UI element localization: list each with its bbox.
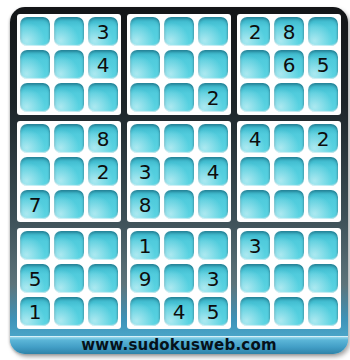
cell-r6c2[interactable] bbox=[54, 190, 84, 219]
cell-r1c6[interactable] bbox=[198, 17, 228, 46]
cell-r3c9[interactable] bbox=[308, 83, 338, 112]
cell-r5c7[interactable] bbox=[240, 157, 270, 186]
cell-r9c7[interactable] bbox=[240, 297, 270, 326]
cell-r4c7[interactable]: 4 bbox=[240, 124, 270, 153]
cell-r9c9[interactable] bbox=[308, 297, 338, 326]
cell-r3c8[interactable] bbox=[274, 83, 304, 112]
cell-r5c5[interactable] bbox=[164, 157, 194, 186]
cell-r8c5[interactable] bbox=[164, 264, 194, 293]
cell-r5c8[interactable] bbox=[274, 157, 304, 186]
cell-r7c6[interactable] bbox=[198, 231, 228, 260]
footer-band: www.sudokusweb.com bbox=[10, 336, 348, 354]
cell-r3c1[interactable] bbox=[20, 83, 50, 112]
cell-r1c7[interactable]: 2 bbox=[240, 17, 270, 46]
cell-r2c8[interactable]: 6 bbox=[274, 50, 304, 79]
cell-r9c1[interactable]: 1 bbox=[20, 297, 50, 326]
cell-r1c5[interactable] bbox=[164, 17, 194, 46]
cell-r4c5[interactable] bbox=[164, 124, 194, 153]
cell-r6c3[interactable] bbox=[88, 190, 118, 219]
cell-r9c8[interactable] bbox=[274, 297, 304, 326]
cell-r8c9[interactable] bbox=[308, 264, 338, 293]
cell-r4c1[interactable] bbox=[20, 124, 50, 153]
cell-r7c2[interactable] bbox=[54, 231, 84, 260]
cell-r8c8[interactable] bbox=[274, 264, 304, 293]
cell-r9c6[interactable]: 5 bbox=[198, 297, 228, 326]
cell-r4c8[interactable] bbox=[274, 124, 304, 153]
cell-r5c2[interactable] bbox=[54, 157, 84, 186]
cell-r3c5[interactable] bbox=[164, 83, 194, 112]
cell-r2c1[interactable] bbox=[20, 50, 50, 79]
cell-r9c2[interactable] bbox=[54, 297, 84, 326]
cell-r4c2[interactable] bbox=[54, 124, 84, 153]
sudoku-box-7: 51 bbox=[17, 228, 121, 329]
cell-r3c7[interactable] bbox=[240, 83, 270, 112]
cell-r5c3[interactable]: 2 bbox=[88, 157, 118, 186]
cell-r5c6[interactable]: 4 bbox=[198, 157, 228, 186]
sudoku-box-8: 19345 bbox=[127, 228, 231, 329]
cell-r3c4[interactable] bbox=[130, 83, 160, 112]
sudoku-box-2: 2 bbox=[127, 14, 231, 115]
cell-r8c2[interactable] bbox=[54, 264, 84, 293]
cell-r1c4[interactable] bbox=[130, 17, 160, 46]
sudoku-box-1: 34 bbox=[17, 14, 121, 115]
cell-r2c4[interactable] bbox=[130, 50, 160, 79]
cell-r3c6[interactable]: 2 bbox=[198, 83, 228, 112]
cell-r4c4[interactable] bbox=[130, 124, 160, 153]
sudoku-box-6: 42 bbox=[237, 121, 341, 222]
cell-r5c1[interactable] bbox=[20, 157, 50, 186]
website-watermark: www.sudokusweb.com bbox=[81, 336, 276, 354]
cell-r8c1[interactable]: 5 bbox=[20, 264, 50, 293]
sudoku-box-3: 2865 bbox=[237, 14, 341, 115]
cell-r1c9[interactable] bbox=[308, 17, 338, 46]
cell-r6c9[interactable] bbox=[308, 190, 338, 219]
cell-r4c3[interactable]: 8 bbox=[88, 124, 118, 153]
cell-r4c6[interactable] bbox=[198, 124, 228, 153]
cell-r2c6[interactable] bbox=[198, 50, 228, 79]
cell-r7c9[interactable] bbox=[308, 231, 338, 260]
cell-r3c3[interactable] bbox=[88, 83, 118, 112]
cell-r8c4[interactable]: 9 bbox=[130, 264, 160, 293]
cell-r1c2[interactable] bbox=[54, 17, 84, 46]
sudoku-box-5: 348 bbox=[127, 121, 231, 222]
cell-r6c5[interactable] bbox=[164, 190, 194, 219]
cell-r2c5[interactable] bbox=[164, 50, 194, 79]
cell-r8c6[interactable]: 3 bbox=[198, 264, 228, 293]
cell-r7c4[interactable]: 1 bbox=[130, 231, 160, 260]
cell-r2c2[interactable] bbox=[54, 50, 84, 79]
cell-r2c7[interactable] bbox=[240, 50, 270, 79]
cell-r1c1[interactable] bbox=[20, 17, 50, 46]
cell-r6c1[interactable]: 7 bbox=[20, 190, 50, 219]
cell-r4c9[interactable]: 2 bbox=[308, 124, 338, 153]
cell-r2c9[interactable]: 5 bbox=[308, 50, 338, 79]
cell-r5c9[interactable] bbox=[308, 157, 338, 186]
cell-r8c3[interactable] bbox=[88, 264, 118, 293]
cell-r7c1[interactable] bbox=[20, 231, 50, 260]
sudoku-board: 34228658273484251193453 www.sudokusweb.c… bbox=[10, 7, 348, 354]
cell-r7c8[interactable] bbox=[274, 231, 304, 260]
cell-r1c3[interactable]: 3 bbox=[88, 17, 118, 46]
cell-r9c4[interactable] bbox=[130, 297, 160, 326]
cell-r6c8[interactable] bbox=[274, 190, 304, 219]
sudoku-grid: 34228658273484251193453 bbox=[17, 14, 341, 329]
cell-r8c7[interactable] bbox=[240, 264, 270, 293]
cell-r2c3[interactable]: 4 bbox=[88, 50, 118, 79]
cell-r5c4[interactable]: 3 bbox=[130, 157, 160, 186]
cell-r6c4[interactable]: 8 bbox=[130, 190, 160, 219]
cell-r9c5[interactable]: 4 bbox=[164, 297, 194, 326]
cell-r6c6[interactable] bbox=[198, 190, 228, 219]
cell-r7c5[interactable] bbox=[164, 231, 194, 260]
cell-r7c7[interactable]: 3 bbox=[240, 231, 270, 260]
sudoku-box-9: 3 bbox=[237, 228, 341, 329]
cell-r3c2[interactable] bbox=[54, 83, 84, 112]
cell-r1c8[interactable]: 8 bbox=[274, 17, 304, 46]
sudoku-box-4: 827 bbox=[17, 121, 121, 222]
cell-r6c7[interactable] bbox=[240, 190, 270, 219]
cell-r9c3[interactable] bbox=[88, 297, 118, 326]
cell-r7c3[interactable] bbox=[88, 231, 118, 260]
